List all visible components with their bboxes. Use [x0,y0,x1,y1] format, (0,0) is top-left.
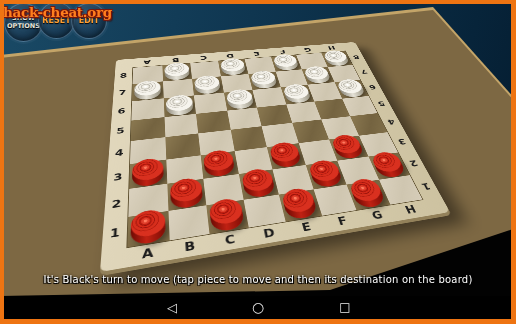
home-icon[interactable]: ○ [247,296,269,319]
rank-label-left-1: 1 [101,217,127,252]
square-A1[interactable] [127,211,169,248]
red-checker-C1[interactable] [209,197,246,233]
white-checker-F8[interactable] [272,54,300,71]
edit-button[interactable]: EDIT [71,3,107,39]
white-checker-B8[interactable] [164,62,190,81]
rank-label-left-5: 5 [110,120,131,143]
red-checker-D2[interactable] [241,167,276,198]
android-nav-bar: ◁ ○ □ [0,296,516,319]
rank-label-left-8: 8 [114,67,132,85]
status-message: It's Black's turn to move (tap piece to … [0,274,516,285]
back-icon[interactable]: ◁ [161,296,183,319]
white-checker-H8[interactable] [322,50,350,67]
white-checker-A7[interactable] [134,80,161,101]
white-checker-E7[interactable] [250,70,278,89]
rank-label-left-6: 6 [111,101,131,122]
rank-label-left-4: 4 [108,141,130,167]
white-checker-D8[interactable] [220,58,247,76]
white-checker-B6[interactable] [166,94,194,116]
square-C1[interactable] [206,200,248,234]
recents-icon[interactable]: □ [334,296,356,319]
red-checker-A1[interactable] [131,208,167,246]
red-checker-B2[interactable] [170,177,204,210]
rank-label-left-7: 7 [113,84,132,103]
white-checker-D6[interactable] [225,88,254,109]
red-checker-C3[interactable] [203,149,236,178]
red-checker-A3[interactable] [132,157,164,188]
app-screen: AABBCCDDEEFFGGHH8877665544332211 SHOW OP… [0,0,516,324]
red-checker-E3[interactable] [269,141,303,168]
rank-label-left-3: 3 [106,164,129,192]
white-checker-C7[interactable] [194,75,221,95]
square-B1[interactable] [168,205,210,241]
white-checker-H6[interactable] [336,78,367,98]
reset-button[interactable]: RESET [38,2,75,39]
rank-label-left-2: 2 [104,189,128,220]
